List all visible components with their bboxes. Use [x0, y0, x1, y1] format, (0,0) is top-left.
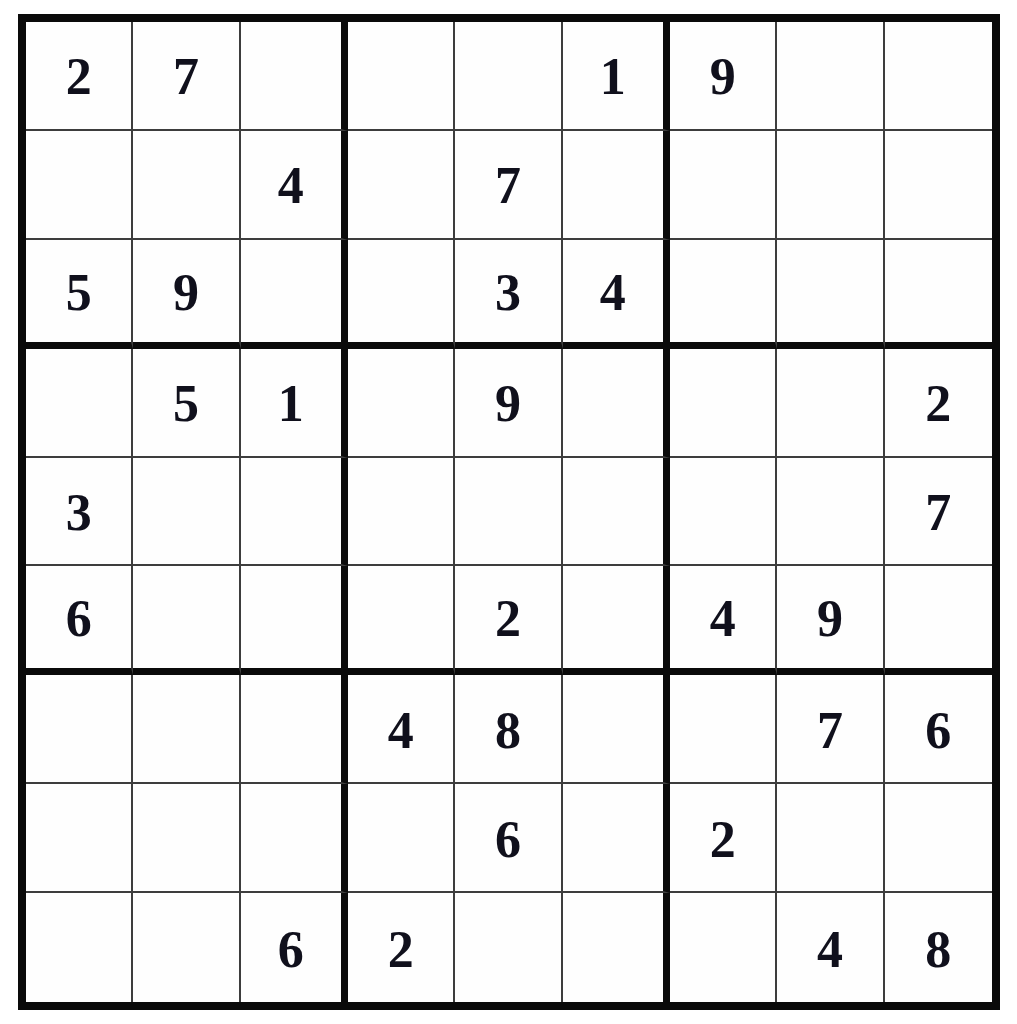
- given-digit: 6: [925, 705, 951, 757]
- cell-r8c1[interactable]: [26, 784, 133, 893]
- cell-r1c8[interactable]: [777, 22, 884, 131]
- cell-r1c5[interactable]: [455, 22, 562, 131]
- cell-r4c9[interactable]: 2: [885, 349, 992, 458]
- given-digit: 8: [925, 924, 951, 976]
- cell-r9c3[interactable]: 6: [241, 893, 348, 1002]
- cell-r9c2[interactable]: [133, 893, 240, 1002]
- cell-r3c2[interactable]: 9: [133, 240, 240, 349]
- cell-r6c4[interactable]: [348, 566, 455, 675]
- cell-r4c2[interactable]: 5: [133, 349, 240, 458]
- cell-r2c5[interactable]: 7: [455, 131, 562, 240]
- cell-r2c9[interactable]: [885, 131, 992, 240]
- given-digit: 2: [495, 593, 521, 645]
- cell-r4c3[interactable]: 1: [241, 349, 348, 458]
- cell-r5c8[interactable]: [777, 458, 884, 567]
- cell-r6c1[interactable]: 6: [26, 566, 133, 675]
- cell-r3c5[interactable]: 3: [455, 240, 562, 349]
- cell-r1c1[interactable]: 2: [26, 22, 133, 131]
- cell-r8c9[interactable]: [885, 784, 992, 893]
- given-digit: 4: [817, 924, 843, 976]
- cell-r5c4[interactable]: [348, 458, 455, 567]
- cell-r8c7[interactable]: 2: [670, 784, 777, 893]
- cell-r4c7[interactable]: [670, 349, 777, 458]
- cell-r8c4[interactable]: [348, 784, 455, 893]
- given-digit: 4: [278, 160, 304, 212]
- sudoku-page: 271947593451923762494876626248: [0, 0, 1017, 1024]
- cell-r3c3[interactable]: [241, 240, 348, 349]
- cell-r3c4[interactable]: [348, 240, 455, 349]
- cell-r6c9[interactable]: [885, 566, 992, 675]
- cell-r2c7[interactable]: [670, 131, 777, 240]
- cell-r7c6[interactable]: [563, 675, 670, 784]
- cell-r5c1[interactable]: 3: [26, 458, 133, 567]
- given-digit: 3: [495, 267, 521, 319]
- cell-r6c6[interactable]: [563, 566, 670, 675]
- cell-r9c1[interactable]: [26, 893, 133, 1002]
- cell-r6c7[interactable]: 4: [670, 566, 777, 675]
- given-digit: 4: [600, 267, 626, 319]
- cell-r6c8[interactable]: 9: [777, 566, 884, 675]
- cell-r2c1[interactable]: [26, 131, 133, 240]
- given-digit: 3: [66, 487, 92, 539]
- given-digit: 9: [817, 593, 843, 645]
- cell-r3c1[interactable]: 5: [26, 240, 133, 349]
- cell-r7c1[interactable]: [26, 675, 133, 784]
- given-digit: 9: [173, 267, 199, 319]
- given-digit: 6: [278, 924, 304, 976]
- cell-r4c6[interactable]: [563, 349, 670, 458]
- given-digit: 2: [388, 924, 414, 976]
- cell-r8c8[interactable]: [777, 784, 884, 893]
- cell-r9c9[interactable]: 8: [885, 893, 992, 1002]
- cell-r4c1[interactable]: [26, 349, 133, 458]
- cell-r2c6[interactable]: [563, 131, 670, 240]
- given-digit: 2: [710, 814, 736, 866]
- cell-r9c8[interactable]: 4: [777, 893, 884, 1002]
- given-digit: 7: [817, 705, 843, 757]
- cell-r2c3[interactable]: 4: [241, 131, 348, 240]
- cell-r2c2[interactable]: [133, 131, 240, 240]
- given-digit: 5: [173, 378, 199, 430]
- cell-r5c2[interactable]: [133, 458, 240, 567]
- cell-r1c2[interactable]: 7: [133, 22, 240, 131]
- sudoku-board: 271947593451923762494876626248: [18, 14, 1000, 1010]
- cell-r5c9[interactable]: 7: [885, 458, 992, 567]
- given-digit: 1: [600, 51, 626, 103]
- cell-r7c2[interactable]: [133, 675, 240, 784]
- given-digit: 7: [925, 487, 951, 539]
- given-digit: 9: [710, 51, 736, 103]
- given-digit: 5: [66, 267, 92, 319]
- given-digit: 4: [710, 593, 736, 645]
- given-digit: 2: [925, 378, 951, 430]
- cell-r7c3[interactable]: [241, 675, 348, 784]
- cell-r2c8[interactable]: [777, 131, 884, 240]
- cell-r7c7[interactable]: [670, 675, 777, 784]
- cell-r1c7[interactable]: 9: [670, 22, 777, 131]
- given-digit: 9: [495, 378, 521, 430]
- cell-r7c8[interactable]: 7: [777, 675, 884, 784]
- cell-r7c4[interactable]: 4: [348, 675, 455, 784]
- cell-r3c6[interactable]: 4: [563, 240, 670, 349]
- cell-r2c4[interactable]: [348, 131, 455, 240]
- given-digit: 6: [66, 593, 92, 645]
- cell-r5c5[interactable]: [455, 458, 562, 567]
- cell-r8c5[interactable]: 6: [455, 784, 562, 893]
- given-digit: 1: [278, 378, 304, 430]
- cell-r8c3[interactable]: [241, 784, 348, 893]
- cell-r7c5[interactable]: 8: [455, 675, 562, 784]
- given-digit: 2: [66, 51, 92, 103]
- cell-r9c5[interactable]: [455, 893, 562, 1002]
- given-digit: 7: [173, 51, 199, 103]
- cell-r8c6[interactable]: [563, 784, 670, 893]
- cell-r9c7[interactable]: [670, 893, 777, 1002]
- cell-r9c6[interactable]: [563, 893, 670, 1002]
- given-digit: 7: [495, 160, 521, 212]
- given-digit: 8: [495, 705, 521, 757]
- cell-r6c2[interactable]: [133, 566, 240, 675]
- cell-r4c8[interactable]: [777, 349, 884, 458]
- cell-r6c3[interactable]: [241, 566, 348, 675]
- given-digit: 6: [495, 814, 521, 866]
- given-digit: 4: [388, 705, 414, 757]
- cell-r4c4[interactable]: [348, 349, 455, 458]
- cell-r3c8[interactable]: [777, 240, 884, 349]
- cell-r7c9[interactable]: 6: [885, 675, 992, 784]
- cell-r3c9[interactable]: [885, 240, 992, 349]
- cell-r8c2[interactable]: [133, 784, 240, 893]
- cell-r1c3[interactable]: [241, 22, 348, 131]
- cell-r1c6[interactable]: 1: [563, 22, 670, 131]
- cell-r9c4[interactable]: 2: [348, 893, 455, 1002]
- cell-r3c7[interactable]: [670, 240, 777, 349]
- cell-r4c5[interactable]: 9: [455, 349, 562, 458]
- cell-r5c7[interactable]: [670, 458, 777, 567]
- cell-r1c9[interactable]: [885, 22, 992, 131]
- cell-r1c4[interactable]: [348, 22, 455, 131]
- cell-r6c5[interactable]: 2: [455, 566, 562, 675]
- cell-r5c3[interactable]: [241, 458, 348, 567]
- cell-r5c6[interactable]: [563, 458, 670, 567]
